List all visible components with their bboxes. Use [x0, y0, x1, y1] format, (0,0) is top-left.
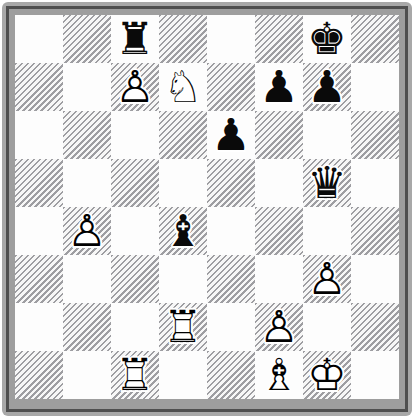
square-c8[interactable]: ♜ [111, 15, 159, 63]
square-h3[interactable] [351, 255, 399, 303]
square-c1[interactable]: ♜♖ [111, 351, 159, 399]
square-h4[interactable] [351, 207, 399, 255]
piece-white-pawn-c7: ♙ [111, 63, 159, 111]
square-h5[interactable] [351, 159, 399, 207]
square-c4[interactable] [111, 207, 159, 255]
piece-fill-white-king-g1: ♚ [303, 351, 351, 399]
square-b5[interactable] [63, 159, 111, 207]
square-c7[interactable]: ♟♙ [111, 63, 159, 111]
square-h1[interactable] [351, 351, 399, 399]
square-d5[interactable] [159, 159, 207, 207]
square-g6[interactable] [303, 111, 351, 159]
square-g2[interactable] [303, 303, 351, 351]
piece-fill-white-rook-d2: ♜ [159, 303, 207, 351]
square-f4[interactable] [255, 207, 303, 255]
square-d1[interactable] [159, 351, 207, 399]
square-e4[interactable] [207, 207, 255, 255]
piece-black-rook-c8: ♜ [111, 15, 159, 63]
square-f1[interactable]: ♝♗ [255, 351, 303, 399]
square-d6[interactable] [159, 111, 207, 159]
square-a2[interactable] [15, 303, 63, 351]
piece-black-king-g8: ♚ [303, 15, 351, 63]
board-frame-inner: ♜♚♟♙♞♘♟♟♟♛♟♙♝♟♙♜♖♟♙♜♖♝♗♚♔ [6, 6, 408, 412]
square-g3[interactable]: ♟♙ [303, 255, 351, 303]
piece-fill-white-bishop-f1: ♝ [255, 351, 303, 399]
square-c6[interactable] [111, 111, 159, 159]
square-b4[interactable]: ♟♙ [63, 207, 111, 255]
piece-black-queen-g5: ♛ [303, 159, 351, 207]
piece-fill-white-pawn-c7: ♟ [111, 63, 159, 111]
square-b2[interactable] [63, 303, 111, 351]
square-e1[interactable] [207, 351, 255, 399]
square-e8[interactable] [207, 15, 255, 63]
square-d8[interactable] [159, 15, 207, 63]
square-b3[interactable] [63, 255, 111, 303]
piece-white-king-g1: ♔ [303, 351, 351, 399]
square-d4[interactable]: ♝ [159, 207, 207, 255]
square-a1[interactable] [15, 351, 63, 399]
square-e6[interactable]: ♟ [207, 111, 255, 159]
square-g5[interactable]: ♛ [303, 159, 351, 207]
square-b8[interactable] [63, 15, 111, 63]
square-a3[interactable] [15, 255, 63, 303]
piece-black-bishop-d4: ♝ [159, 207, 207, 255]
piece-fill-white-pawn-g3: ♟ [303, 255, 351, 303]
square-e3[interactable] [207, 255, 255, 303]
piece-white-knight-d7: ♘ [159, 63, 207, 111]
square-g7[interactable]: ♟ [303, 63, 351, 111]
piece-black-pawn-f7: ♟ [255, 63, 303, 111]
square-b1[interactable] [63, 351, 111, 399]
square-f5[interactable] [255, 159, 303, 207]
piece-black-pawn-g7: ♟ [303, 63, 351, 111]
piece-white-pawn-g3: ♙ [303, 255, 351, 303]
piece-white-rook-c1: ♖ [111, 351, 159, 399]
piece-black-pawn-e6: ♟ [207, 111, 255, 159]
square-d2[interactable]: ♜♖ [159, 303, 207, 351]
square-f3[interactable] [255, 255, 303, 303]
square-g8[interactable]: ♚ [303, 15, 351, 63]
square-h6[interactable] [351, 111, 399, 159]
square-f8[interactable] [255, 15, 303, 63]
square-g4[interactable] [303, 207, 351, 255]
square-g1[interactable]: ♚♔ [303, 351, 351, 399]
square-b6[interactable] [63, 111, 111, 159]
square-c2[interactable] [111, 303, 159, 351]
square-f2[interactable]: ♟♙ [255, 303, 303, 351]
square-h2[interactable] [351, 303, 399, 351]
piece-white-pawn-f2: ♙ [255, 303, 303, 351]
square-d3[interactable] [159, 255, 207, 303]
square-a4[interactable] [15, 207, 63, 255]
piece-white-rook-d2: ♖ [159, 303, 207, 351]
square-h8[interactable] [351, 15, 399, 63]
board-frame: ♜♚♟♙♞♘♟♟♟♛♟♙♝♟♙♜♖♟♙♜♖♝♗♚♔ [2, 2, 412, 416]
chess-board: ♜♚♟♙♞♘♟♟♟♛♟♙♝♟♙♜♖♟♙♜♖♝♗♚♔ [15, 15, 399, 399]
square-a8[interactable] [15, 15, 63, 63]
piece-white-pawn-b4: ♙ [63, 207, 111, 255]
square-a6[interactable] [15, 111, 63, 159]
square-e2[interactable] [207, 303, 255, 351]
square-e7[interactable] [207, 63, 255, 111]
square-c5[interactable] [111, 159, 159, 207]
square-e5[interactable] [207, 159, 255, 207]
piece-fill-white-pawn-f2: ♟ [255, 303, 303, 351]
square-b7[interactable] [63, 63, 111, 111]
square-f6[interactable] [255, 111, 303, 159]
square-d7[interactable]: ♞♘ [159, 63, 207, 111]
square-c3[interactable] [111, 255, 159, 303]
piece-fill-white-rook-c1: ♜ [111, 351, 159, 399]
square-f7[interactable]: ♟ [255, 63, 303, 111]
square-h7[interactable] [351, 63, 399, 111]
piece-white-bishop-f1: ♗ [255, 351, 303, 399]
square-a5[interactable] [15, 159, 63, 207]
piece-fill-white-knight-d7: ♞ [159, 63, 207, 111]
piece-fill-white-pawn-b4: ♟ [63, 207, 111, 255]
square-a7[interactable] [15, 63, 63, 111]
